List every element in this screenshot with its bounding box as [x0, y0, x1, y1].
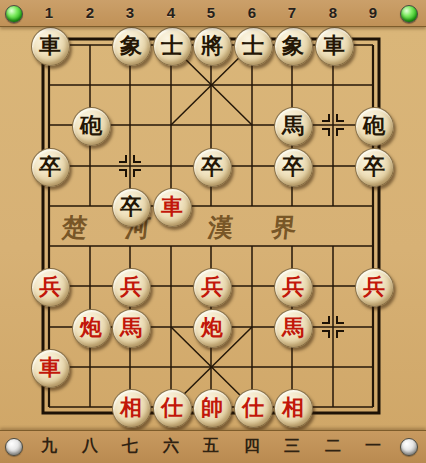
- file-label-4: 4: [167, 4, 175, 22]
- piece-glyph: 兵: [120, 268, 142, 305]
- file-label-9: 9: [369, 4, 377, 22]
- file-label-1: 1: [45, 4, 53, 22]
- piece-glyph: 卒: [201, 148, 223, 185]
- piece-將-black[interactable]: 將: [193, 27, 232, 66]
- turn-lamp-bottom-left: [5, 438, 23, 456]
- piece-glyph: 馬: [120, 309, 142, 346]
- piece-兵-red[interactable]: 兵: [31, 268, 70, 307]
- piece-glyph: 將: [201, 27, 223, 64]
- rank-label-2: 八: [82, 436, 98, 456]
- file-label-7: 7: [288, 4, 296, 22]
- piece-glyph: 卒: [363, 148, 385, 185]
- piece-士-black[interactable]: 士: [153, 27, 192, 66]
- piece-車-black[interactable]: 車: [31, 27, 70, 66]
- piece-glyph: 車: [39, 349, 61, 386]
- file-label-3: 3: [126, 4, 134, 22]
- piece-車-black[interactable]: 車: [315, 27, 354, 66]
- turn-lamp-bottom-right: [400, 438, 418, 456]
- piece-glyph: 馬: [282, 309, 304, 346]
- piece-glyph: 馬: [282, 107, 304, 144]
- piece-卒-black[interactable]: 卒: [31, 148, 70, 187]
- piece-馬-black[interactable]: 馬: [274, 107, 313, 146]
- piece-glyph: 象: [120, 27, 142, 64]
- piece-卒-black[interactable]: 卒: [112, 188, 151, 227]
- piece-glyph: 炮: [201, 309, 223, 346]
- rank-label-3: 七: [122, 436, 138, 456]
- piece-車-red[interactable]: 車: [153, 188, 192, 227]
- piece-glyph: 士: [242, 27, 264, 64]
- piece-帥-red[interactable]: 帥: [193, 389, 232, 428]
- piece-兵-red[interactable]: 兵: [112, 268, 151, 307]
- piece-glyph: 兵: [363, 268, 385, 305]
- file-label-8: 8: [329, 4, 337, 22]
- piece-卒-black[interactable]: 卒: [193, 148, 232, 187]
- piece-glyph: 卒: [282, 148, 304, 185]
- turn-lamp-top-left: [5, 5, 23, 23]
- piece-glyph: 士: [161, 27, 183, 64]
- piece-glyph: 仕: [242, 389, 264, 426]
- piece-兵-red[interactable]: 兵: [274, 268, 313, 307]
- piece-馬-red[interactable]: 馬: [274, 309, 313, 348]
- piece-glyph: 相: [282, 389, 304, 426]
- piece-glyph: 砲: [80, 107, 102, 144]
- piece-卒-black[interactable]: 卒: [355, 148, 394, 187]
- piece-glyph: 車: [161, 188, 183, 225]
- piece-glyph: 車: [323, 27, 345, 64]
- piece-仕-red[interactable]: 仕: [153, 389, 192, 428]
- rank-label-7: 三: [284, 436, 300, 456]
- bottom-coordinate-band: 九八七六五四三二一: [0, 430, 426, 463]
- piece-glyph: 炮: [80, 309, 102, 346]
- file-label-6: 6: [248, 4, 256, 22]
- file-label-5: 5: [207, 4, 215, 22]
- piece-炮-red[interactable]: 炮: [72, 309, 111, 348]
- rank-label-9: 一: [365, 436, 381, 456]
- piece-砲-black[interactable]: 砲: [72, 107, 111, 146]
- piece-砲-black[interactable]: 砲: [355, 107, 394, 146]
- piece-馬-red[interactable]: 馬: [112, 309, 151, 348]
- piece-glyph: 兵: [282, 268, 304, 305]
- piece-glyph: 卒: [39, 148, 61, 185]
- piece-glyph: 象: [282, 27, 304, 64]
- rank-label-1: 九: [41, 436, 57, 456]
- rank-label-8: 二: [325, 436, 341, 456]
- rank-label-6: 四: [244, 436, 260, 456]
- piece-glyph: 卒: [120, 188, 142, 225]
- piece-象-black[interactable]: 象: [274, 27, 313, 66]
- piece-仕-red[interactable]: 仕: [234, 389, 273, 428]
- piece-glyph: 車: [39, 27, 61, 64]
- piece-車-red[interactable]: 車: [31, 349, 70, 388]
- pieces-layer: 車象士將士象車砲馬砲卒卒卒卒卒車兵兵兵兵兵炮馬炮馬車相仕帥仕相: [0, 0, 426, 463]
- file-label-2: 2: [86, 4, 94, 22]
- turn-lamp-top-right: [400, 5, 418, 23]
- piece-glyph: 兵: [201, 268, 223, 305]
- rank-label-5: 五: [203, 436, 219, 456]
- piece-glyph: 帥: [201, 389, 223, 426]
- piece-兵-red[interactable]: 兵: [355, 268, 394, 307]
- piece-相-red[interactable]: 相: [274, 389, 313, 428]
- piece-炮-red[interactable]: 炮: [193, 309, 232, 348]
- piece-glyph: 砲: [363, 107, 385, 144]
- piece-glyph: 相: [120, 389, 142, 426]
- top-coordinate-band: 123456789: [0, 0, 426, 27]
- piece-glyph: 兵: [39, 268, 61, 305]
- piece-士-black[interactable]: 士: [234, 27, 273, 66]
- piece-glyph: 仕: [161, 389, 183, 426]
- piece-象-black[interactable]: 象: [112, 27, 151, 66]
- xiangqi-app: 楚 河 漢 界 車象士將士象車砲馬砲卒卒卒卒卒車兵兵兵兵兵炮馬炮馬車相仕帥仕相 …: [0, 0, 426, 463]
- rank-label-4: 六: [163, 436, 179, 456]
- piece-卒-black[interactable]: 卒: [274, 148, 313, 187]
- piece-兵-red[interactable]: 兵: [193, 268, 232, 307]
- piece-相-red[interactable]: 相: [112, 389, 151, 428]
